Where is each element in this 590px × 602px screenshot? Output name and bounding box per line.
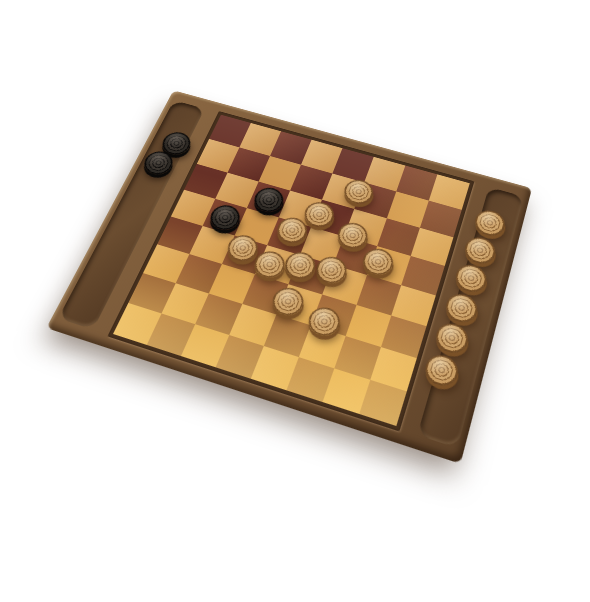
- table-surface: [0, 0, 590, 602]
- white-piece-tray-2[interactable]: [462, 234, 498, 267]
- white-piece-tray-1[interactable]: [472, 207, 507, 239]
- white-piece-tray-5[interactable]: [433, 320, 472, 357]
- white-piece-tray-4[interactable]: [443, 290, 481, 325]
- checkers-board: [46, 90, 532, 464]
- white-piece-tray-6[interactable]: [422, 351, 461, 389]
- white-piece-tray-3[interactable]: [453, 261, 490, 295]
